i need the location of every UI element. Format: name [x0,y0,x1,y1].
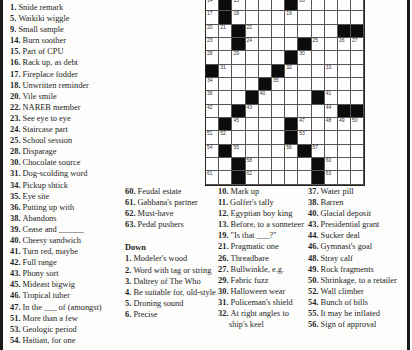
grid-cell[interactable]: 43 [246,105,259,118]
grid-cell[interactable] [312,11,325,24]
clue-number: 6. [125,310,133,319]
clue-item: 24. Staircase part [10,124,118,135]
grid-cell[interactable]: 58 [246,158,259,171]
grid-cell[interactable] [272,105,285,118]
cell-number: 28 [207,51,213,56]
grid-cell-black [232,25,245,38]
clue-item: 13. Before, to a sonneteer [218,219,306,230]
clue-number: 11. [218,198,230,207]
clue-number: 55. [308,309,321,318]
grid-cell[interactable] [338,158,351,171]
clue-item: 1. Snide remark [10,2,118,13]
grid-cell[interactable] [259,171,272,184]
clue-number: 50. [308,276,321,285]
grid-cell[interactable] [312,0,325,11]
grid-cell[interactable] [351,11,364,24]
grid-cell[interactable] [272,0,285,11]
grid-cell[interactable]: 60 [325,158,338,171]
grid-cell-black [312,91,325,104]
grid-cell[interactable] [259,158,272,171]
clue-number: 20. [10,92,23,101]
clue-item: 29. Fabric fuzz [218,275,306,286]
clue-item: 50. Shrinkage, to a retailer [308,275,405,286]
grid-cell-black [312,171,325,184]
clue-item: 30. Halloween wear [218,286,306,297]
grid-cell[interactable] [312,131,325,144]
clue-number: 48. [308,254,321,263]
cell-number: 40 [260,91,266,96]
grid-cell[interactable] [259,25,272,38]
clue-item: 34. Pickup shtick [10,180,118,191]
grid-cell[interactable] [351,158,364,171]
grid-cell[interactable] [219,78,232,91]
clue-item: 39. Cease and ______ [10,224,118,235]
cell-number: 30 [299,51,305,56]
cell-number: 57 [313,145,319,150]
grid-cell[interactable]: 16 [298,0,311,11]
clue-item: 60. Feudal estate [125,186,218,197]
grid-cell[interactable]: 56 [285,145,298,158]
grid-cell[interactable]: 34 [206,78,219,91]
grid-cell[interactable] [351,65,364,78]
grid-cell[interactable] [272,25,285,38]
clue-item: 4. Be suitable for, old-style [125,287,218,298]
cell-number: 23 [207,38,213,43]
grid-cell-black [232,171,245,184]
grid-cell[interactable] [259,51,272,64]
grid-cell[interactable] [298,25,311,38]
grid-cell[interactable]: 48 [325,118,338,131]
grid-cell[interactable] [312,65,325,78]
clue-number: 16. [10,58,23,67]
grid-cell[interactable] [219,91,232,104]
cell-number: 33 [326,65,332,70]
grid-cell[interactable] [338,78,351,91]
clue-item: 1. Modeler's wood [125,253,218,264]
clue-item: 46. Tropical tuber [10,290,118,301]
grid-cell[interactable] [312,78,325,91]
grid-cell[interactable] [285,158,298,171]
grid-cell[interactable] [298,91,311,104]
cell-number: 19 [286,11,292,16]
grid-cell-black [246,91,259,104]
cell-number: 55 [233,145,239,150]
grid-cell[interactable] [312,118,325,131]
cell-number: 35 [273,78,279,83]
grid-cell[interactable] [259,65,272,78]
clue-number: 42. [10,258,23,267]
grid-cell[interactable] [246,0,259,11]
clue-number: 14. [10,36,23,45]
grid-cell[interactable]: 24 [246,38,259,51]
clue-item: 19. "Is that ___?" [218,230,306,241]
grid-cell[interactable] [246,51,259,64]
clue-item: 54. Bunch of bills [308,297,405,308]
clue-number: 10. [218,187,231,196]
grid-cell[interactable]: 45 [232,118,245,131]
grid-cell[interactable]: 61 [206,171,219,184]
clue-number: 46. [308,242,321,251]
cell-number: 27 [352,38,358,43]
cell-number: 61 [207,171,213,176]
grid-cell[interactable] [259,0,272,11]
clue-item: 2. Word with tag or string [125,265,218,276]
grid-cell[interactable] [272,171,285,184]
clue-number: 21. [218,242,231,251]
cell-number: 41 [326,91,332,96]
cell-number: 45 [233,118,239,123]
clue-item: 46. Gymnast's goal [308,241,405,252]
grid-cell[interactable] [259,118,272,131]
grid-cell[interactable] [312,105,325,118]
grid-cell-black [285,131,298,144]
clue-item: 17. Fireplace fodder [10,69,118,80]
clue-number: 36. [10,203,23,212]
grid-cell[interactable]: 63 [325,171,338,184]
clue-item: 31. Dog-scolding word [10,168,118,179]
grid-cell[interactable] [232,131,245,144]
page-left-border [0,0,3,350]
grid-cell[interactable] [259,38,272,51]
grid-cell[interactable] [246,78,259,91]
clue-number: 1. [125,254,133,263]
grid-cell[interactable] [219,158,232,171]
grid-cell[interactable]: 30 [298,51,311,64]
grid-cell[interactable] [285,78,298,91]
grid-cell[interactable] [351,91,364,104]
grid-cell[interactable] [325,145,338,158]
grid-cell[interactable] [272,38,285,51]
crossword-grid: 1415161718192021222324252627282930313233… [205,0,365,186]
grid-cell[interactable]: 62 [246,171,259,184]
clue-item: 6. Precise [125,309,218,320]
clue-number: 63. [125,220,138,229]
grid-cell[interactable]: 20 [206,25,219,38]
grid-cell[interactable] [206,158,219,171]
clue-item: 54. Haitian, for one [10,335,118,346]
cell-number: 14 [207,0,213,3]
grid-cell[interactable]: 29 [232,51,245,64]
clue-number: 25. [10,136,23,145]
cell-number: 32 [286,65,292,70]
clue-item: 31. Policeman's shield [218,297,306,308]
clue-item: 21. Pragmatic one [218,241,306,252]
grid-cell[interactable] [338,131,351,144]
grid-cell[interactable] [312,25,325,38]
clue-number: 37. [308,187,321,196]
cell-number: 29 [233,51,239,56]
grid-cell[interactable]: 27 [351,38,364,51]
grid-cell[interactable] [285,25,298,38]
cell-number: 22 [247,25,253,30]
grid-cell[interactable] [325,51,338,64]
clue-item: 9. Small sample [10,24,118,35]
clue-number: 26. [218,254,231,263]
cell-number: 63 [326,171,332,176]
grid-cell[interactable]: 32 [285,65,298,78]
clue-item: 45. Mideast bigwig [10,279,118,290]
grid-cell[interactable] [325,0,338,11]
clue-number: 40. [10,236,23,245]
grid-cell[interactable] [351,78,364,91]
cell-number: 20 [207,25,213,30]
clue-item: 27. Bullwinkle, e.g. [218,264,306,275]
grid-cell[interactable]: 51 [206,131,219,144]
clue-number: 5. [10,14,18,23]
cell-number: 49 [339,118,345,123]
grid-cell[interactable] [219,51,232,64]
clue-item: 20. Vile smile [10,91,118,102]
grid-cell[interactable]: 53 [298,131,311,144]
clue-item: 53. Geologic period [10,324,118,335]
clue-item: 48. Stray calf [308,253,405,264]
page-right-border [407,0,410,350]
grid-cell-black [285,51,298,64]
cell-number: 62 [247,171,253,176]
clue-item: 49. Rock fragments [308,264,405,275]
clue-item: 56. Sign of approval [308,319,405,330]
grid-cell[interactable] [219,171,232,184]
grid-cell-black [219,11,232,24]
clue-number: 18. [10,81,23,90]
grid-cell[interactable] [272,158,285,171]
clue-number: 28. [10,147,23,156]
clue-number: 31. [10,169,23,178]
grid-cell-black [312,158,325,171]
grid-cell[interactable] [259,145,272,158]
grid-cell[interactable] [298,105,311,118]
cell-number: 25 [313,38,319,43]
grid-cell[interactable] [351,171,364,184]
grid-cell-black [298,145,311,158]
clue-number: 27. [218,265,231,274]
grid-cell[interactable]: 57 [312,145,325,158]
clue-item: 44. Sucker deal [308,230,405,241]
grid-cell[interactable] [232,78,245,91]
clue-item: 11. Golfer's tally [218,197,306,208]
clue-item: 41. Turn red, maybe [10,246,118,257]
grid-cell-black [272,65,285,78]
clue-item: 37. Water pill [308,186,405,197]
cell-number: 17 [207,11,213,16]
grid-cell[interactable]: 33 [325,65,338,78]
clue-number: 43. [10,269,23,278]
clue-item: 61. Gabbana's partner [125,197,218,208]
clue-item: 40. Cheesy sandwich [10,235,118,246]
cell-number: 24 [247,38,253,43]
grid-cell-black [259,78,272,91]
clue-number: 40. [308,209,321,218]
grid-cell[interactable]: 44 [325,105,338,118]
grid-cell[interactable] [246,65,259,78]
clue-item: 26. Threadbare [218,253,306,264]
grid-cell[interactable] [285,171,298,184]
grid-cell[interactable]: 25 [312,38,325,51]
clue-item: 43. Presidential grant [308,219,405,230]
clue-item: 5. Waikiki wiggle [10,13,118,24]
grid-cell[interactable] [298,65,311,78]
grid-cell[interactable] [298,78,311,91]
grid-cell[interactable]: 41 [325,91,338,104]
clue-number: 62. [125,209,138,218]
grid-cell[interactable] [325,25,338,38]
clue-number: 32. [218,309,231,318]
clue-item: 42. Full range [10,257,118,268]
cell-number: 18 [233,11,239,16]
grid-cell[interactable]: 36 [206,91,219,104]
grid-cell[interactable] [312,51,325,64]
grid-cell[interactable]: 31 [219,65,232,78]
clue-number: 13. [218,220,231,229]
grid-cell[interactable] [351,131,364,144]
grid-cell[interactable] [272,91,285,104]
grid-cell[interactable] [298,158,311,171]
grid-cell[interactable] [285,38,298,51]
clue-number: 54. [308,298,321,307]
grid-cell[interactable] [246,131,259,144]
grid-cell[interactable] [325,11,338,24]
grid-cell[interactable]: 47 [298,118,311,131]
grid-cell-black [298,38,311,51]
grid-cell[interactable]: 52 [219,131,232,144]
grid-cell[interactable]: 28 [206,51,219,64]
grid-cell[interactable] [259,105,272,118]
grid-cell[interactable]: 22 [246,25,259,38]
grid-cell[interactable] [285,105,298,118]
cell-number: 21 [220,25,226,30]
clue-number: 56. [308,320,321,329]
clue-number: 39. [10,225,23,234]
clue-item: 10. Mark up [218,186,306,197]
grid-cell[interactable] [246,118,259,131]
grid-cell[interactable] [351,0,364,11]
down-clue-column-2: 10. Mark up11. Golfer's tally12. Egyptia… [218,186,306,330]
across-tail-and-down-head-column: 60. Feudal estate61. Gabbana's partner62… [125,186,218,320]
grid-cell[interactable]: 55 [232,145,245,158]
grid-cell[interactable] [325,78,338,91]
clue-number: 60. [125,187,138,196]
clue-item: 5. Droning sound [125,298,218,309]
grid-cell[interactable] [338,171,351,184]
grid-cell[interactable] [206,118,219,131]
grid-cell[interactable] [325,131,338,144]
grid-cell[interactable] [259,11,272,24]
clue-item: 63. Pedal pushers [125,219,218,230]
clue-item: 22. NAREB member [10,102,118,113]
clue-number: 35. [10,192,23,201]
clue-number: 31. [218,298,231,307]
grid-cell[interactable] [338,11,351,24]
grid-cell-black [232,158,245,171]
grid-cell[interactable]: 54 [206,145,219,158]
clue-number: 52. [308,287,321,296]
clue-number: 54. [10,336,23,345]
grid-cell[interactable]: 50 [351,118,364,131]
grid-cell[interactable]: 21 [219,25,232,38]
clue-item: 15. Part of CPU [10,46,118,57]
grid-cell[interactable]: 19 [285,11,298,24]
clue-item: 3. Daltrey of The Who [125,276,218,287]
grid-cell[interactable] [338,0,351,11]
grid-cell[interactable]: 18 [232,11,245,24]
grid-cell[interactable] [219,105,232,118]
grid-cell[interactable] [351,145,364,158]
grid-cell[interactable]: 23 [206,38,219,51]
clue-number: 45. [10,280,23,289]
grid-cell[interactable] [232,65,245,78]
cell-number: 52 [220,131,226,136]
clue-item: 55. It may be inflated [308,308,405,319]
grid-cell[interactable] [298,11,311,24]
grid-cell[interactable]: 40 [259,91,272,104]
grid-cell[interactable] [232,91,245,104]
cell-number: 26 [339,38,345,43]
down-section-header: Down [125,242,218,253]
cell-number: 44 [326,105,332,110]
clue-item: 62. Must-have [125,208,218,219]
grid-cell[interactable] [272,51,285,64]
grid-cell[interactable]: 35 [272,78,285,91]
grid-cell[interactable] [219,38,232,51]
crossword-puzzle-page: 1415161718192021222324252627282930313233… [0,0,412,350]
grid-cell-black [232,105,245,118]
grid-cell-black [206,65,219,78]
grid-cell[interactable]: 17 [206,11,219,24]
cell-number: 53 [299,131,305,136]
grid-cell[interactable]: 26 [338,38,351,51]
grid-cell[interactable] [246,11,259,24]
cell-number: 56 [286,145,292,150]
clue-item: 52. Wall climber [308,286,405,297]
grid-cell[interactable] [259,131,272,144]
grid-cell[interactable] [338,145,351,158]
grid-cell[interactable] [272,131,285,144]
grid-cell[interactable] [272,118,285,131]
cell-number: 47 [299,118,305,123]
cell-number: 16 [299,0,305,3]
grid-cell[interactable] [338,51,351,64]
cell-number: 54 [207,145,213,150]
clue-item: 25. School session [10,135,118,146]
clue-number: 51. [10,314,23,323]
grid-cell[interactable] [298,171,311,184]
grid-cell[interactable] [285,91,298,104]
clue-number: 43. [308,220,321,229]
grid-cell[interactable]: 49 [338,118,351,131]
grid-cell[interactable] [351,51,364,64]
cell-number: 50 [352,118,358,123]
grid-cell[interactable] [272,145,285,158]
grid-cell[interactable] [246,145,259,158]
grid-cell[interactable] [338,91,351,104]
grid-cell[interactable]: 42 [206,105,219,118]
clue-number: 44. [308,231,321,240]
grid-cell[interactable] [325,38,338,51]
grid-cell[interactable] [338,65,351,78]
clue-number: 47. [10,303,23,312]
cell-number: 51 [207,131,213,136]
clue-item: 14. Burn soother [10,35,118,46]
grid-cell-black [219,0,232,11]
clue-item: 32. At right angles to ship's keel [218,308,306,330]
clue-number: 24. [10,125,23,134]
across-clue-column: 1. Snide remark5. Waikiki wiggle9. Small… [10,2,118,346]
clue-number: 30. [218,287,231,296]
clue-number: 2. [125,266,133,275]
grid-cell[interactable] [272,11,285,24]
grid-cell-black [232,38,245,51]
clue-item: 43. Phony sort [10,268,118,279]
